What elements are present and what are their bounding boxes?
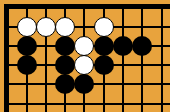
black-stone[interactable]: [17, 36, 37, 56]
black-stone[interactable]: [113, 36, 133, 56]
black-stone[interactable]: [132, 36, 152, 56]
grid-vline: [122, 4, 124, 112]
board-edge-top: [4, 4, 170, 9]
black-stone[interactable]: [55, 36, 75, 56]
black-stone[interactable]: [74, 74, 94, 94]
black-stone[interactable]: [94, 36, 114, 56]
black-stone[interactable]: [55, 55, 75, 75]
go-diagram: [0, 0, 170, 112]
white-stone[interactable]: [74, 55, 94, 75]
black-stone[interactable]: [17, 55, 37, 75]
grid-vline: [161, 4, 163, 112]
white-stone[interactable]: [55, 17, 75, 37]
white-stone[interactable]: [36, 17, 56, 37]
white-stone[interactable]: [74, 36, 94, 56]
black-stone[interactable]: [94, 55, 114, 75]
black-stone[interactable]: [55, 74, 75, 94]
white-stone[interactable]: [94, 17, 114, 37]
grid-vline: [141, 4, 143, 112]
white-stone[interactable]: [17, 17, 37, 37]
go-board[interactable]: [0, 0, 170, 112]
board-edge-left: [4, 4, 9, 112]
grid-hline: [4, 103, 170, 105]
